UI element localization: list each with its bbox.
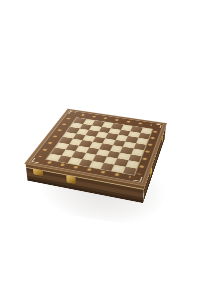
square-e1 [89,161,103,169]
corner-inlay-icon [133,176,143,182]
photo-scene [0,60,200,260]
square-h5 [133,143,146,150]
product-photo [0,0,200,300]
square-g2 [114,158,128,166]
square-c1 [68,157,82,165]
square-g1 [111,164,125,172]
square-g5 [123,141,136,148]
chess-box [26,109,166,185]
square-c4 [79,140,92,147]
square-b2 [61,149,75,157]
square-d4 [89,142,102,149]
square-h6 [136,138,148,145]
square-h4 [131,148,144,156]
square-e3 [96,149,110,157]
square-f4 [110,145,123,152]
front-hinge-icon [33,168,43,176]
square-c3 [75,145,89,152]
square-e4 [99,143,112,150]
square-a1 [47,153,62,161]
square-h3 [128,154,141,162]
square-b3 [65,144,79,151]
square-c2 [72,151,86,159]
corner-inlay-icon [154,124,162,128]
square-d1 [78,159,92,167]
square-f5 [113,140,126,147]
square-a3 [55,142,69,149]
square-b1 [57,155,71,163]
corner-inlay-icon [31,158,41,163]
square-a2 [51,148,65,155]
square-d3 [86,147,100,154]
square-d2 [82,153,96,161]
right-hinge-upper-icon [162,133,164,144]
front-clasp-icon [66,175,76,184]
square-f1 [100,162,114,170]
square-g4 [120,147,133,154]
square-e2 [93,155,107,163]
square-g3 [117,152,130,160]
square-h1 [122,166,136,175]
square-h2 [125,160,139,168]
right-hinge-lower-icon [150,167,152,180]
square-f2 [103,156,117,164]
square-f3 [107,151,121,159]
corner-inlay-icon [68,111,76,115]
